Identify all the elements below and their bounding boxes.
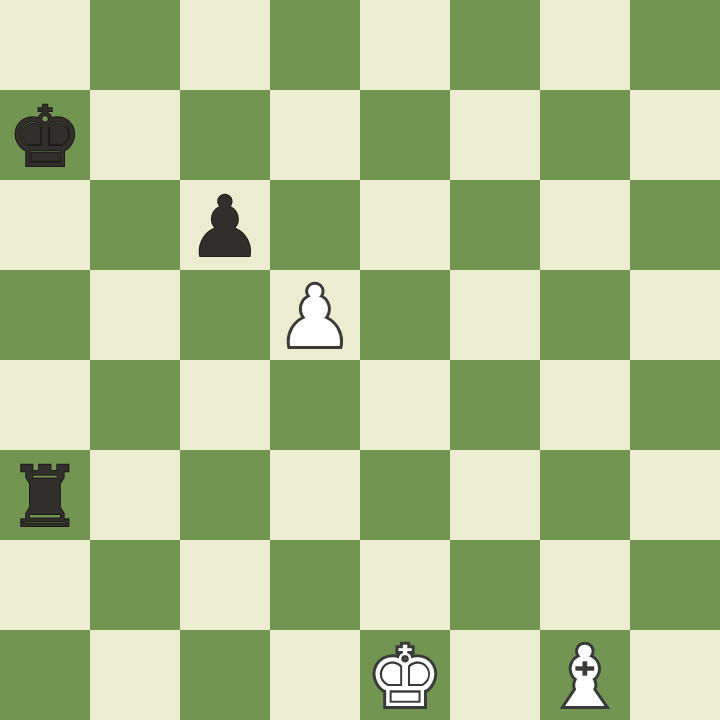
square-a5[interactable] — [0, 270, 90, 360]
square-h3[interactable] — [630, 450, 720, 540]
piece-black-pawn[interactable]: ♟ — [187, 182, 262, 270]
square-d3[interactable] — [270, 450, 360, 540]
square-e8[interactable] — [360, 0, 450, 90]
piece-black-rook[interactable]: ♜ — [7, 452, 82, 540]
square-c1[interactable] — [180, 630, 270, 720]
square-d5[interactable]: ♟ — [270, 270, 360, 360]
square-d6[interactable] — [270, 180, 360, 270]
square-c8[interactable] — [180, 0, 270, 90]
square-a6[interactable] — [0, 180, 90, 270]
square-e1[interactable]: ♚ — [360, 630, 450, 720]
square-f7[interactable] — [450, 90, 540, 180]
square-h7[interactable] — [630, 90, 720, 180]
piece-white-pawn[interactable]: ♟ — [277, 272, 352, 360]
square-f8[interactable] — [450, 0, 540, 90]
square-d8[interactable] — [270, 0, 360, 90]
square-b1[interactable] — [90, 630, 180, 720]
square-e2[interactable] — [360, 540, 450, 630]
square-f6[interactable] — [450, 180, 540, 270]
square-a2[interactable] — [0, 540, 90, 630]
square-d7[interactable] — [270, 90, 360, 180]
square-e5[interactable] — [360, 270, 450, 360]
square-f1[interactable] — [450, 630, 540, 720]
chess-board: ♚♟♟♜♚♝ — [0, 0, 720, 720]
square-f4[interactable] — [450, 360, 540, 450]
square-g8[interactable] — [540, 0, 630, 90]
square-f5[interactable] — [450, 270, 540, 360]
square-d1[interactable] — [270, 630, 360, 720]
square-a8[interactable] — [0, 0, 90, 90]
square-c7[interactable] — [180, 90, 270, 180]
square-h6[interactable] — [630, 180, 720, 270]
square-g5[interactable] — [540, 270, 630, 360]
square-c2[interactable] — [180, 540, 270, 630]
square-b5[interactable] — [90, 270, 180, 360]
piece-white-bishop[interactable]: ♝ — [547, 632, 622, 720]
square-a4[interactable] — [0, 360, 90, 450]
square-h4[interactable] — [630, 360, 720, 450]
square-h1[interactable] — [630, 630, 720, 720]
square-b2[interactable] — [90, 540, 180, 630]
square-e7[interactable] — [360, 90, 450, 180]
square-b4[interactable] — [90, 360, 180, 450]
square-g3[interactable] — [540, 450, 630, 540]
square-f2[interactable] — [450, 540, 540, 630]
piece-black-king[interactable]: ♚ — [7, 92, 82, 180]
square-g7[interactable] — [540, 90, 630, 180]
square-c3[interactable] — [180, 450, 270, 540]
square-g2[interactable] — [540, 540, 630, 630]
square-g6[interactable] — [540, 180, 630, 270]
square-c4[interactable] — [180, 360, 270, 450]
square-a1[interactable] — [0, 630, 90, 720]
square-d4[interactable] — [270, 360, 360, 450]
square-h2[interactable] — [630, 540, 720, 630]
square-g4[interactable] — [540, 360, 630, 450]
square-c6[interactable]: ♟ — [180, 180, 270, 270]
square-a7[interactable]: ♚ — [0, 90, 90, 180]
square-h8[interactable] — [630, 0, 720, 90]
square-e4[interactable] — [360, 360, 450, 450]
square-d2[interactable] — [270, 540, 360, 630]
square-f3[interactable] — [450, 450, 540, 540]
square-c5[interactable] — [180, 270, 270, 360]
square-b3[interactable] — [90, 450, 180, 540]
square-a3[interactable]: ♜ — [0, 450, 90, 540]
square-g1[interactable]: ♝ — [540, 630, 630, 720]
square-h5[interactable] — [630, 270, 720, 360]
piece-white-king[interactable]: ♚ — [367, 632, 442, 720]
square-b6[interactable] — [90, 180, 180, 270]
square-b8[interactable] — [90, 0, 180, 90]
square-e6[interactable] — [360, 180, 450, 270]
square-b7[interactable] — [90, 90, 180, 180]
square-e3[interactable] — [360, 450, 450, 540]
